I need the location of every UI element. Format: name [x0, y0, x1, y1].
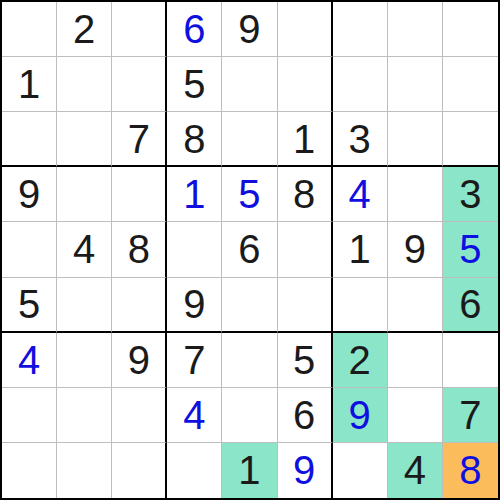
cell-r6c6[interactable]	[278, 278, 333, 333]
cell-r3c5[interactable]	[222, 112, 277, 167]
cell-r9c7[interactable]	[333, 443, 388, 498]
cell-r1c6[interactable]	[278, 2, 333, 57]
cell-r2c2[interactable]	[57, 57, 112, 112]
cell-r3c4[interactable]: 8	[167, 112, 222, 167]
cell-r5c8[interactable]: 9	[388, 222, 443, 277]
cell-r8c7[interactable]: 9	[333, 388, 388, 443]
cell-r9c8[interactable]: 4	[388, 443, 443, 498]
sudoku-board: 2691578139158434861955964975246971948	[0, 0, 500, 500]
cell-r9c5[interactable]: 1	[222, 443, 277, 498]
cell-r4c5[interactable]: 5	[222, 167, 277, 222]
cell-r4c8[interactable]	[388, 167, 443, 222]
cell-r4c9[interactable]: 3	[443, 167, 498, 222]
cell-r3c8[interactable]	[388, 112, 443, 167]
cell-r7c6[interactable]: 5	[278, 333, 333, 388]
cell-r7c5[interactable]	[222, 333, 277, 388]
cell-r8c6[interactable]: 6	[278, 388, 333, 443]
cell-r8c1[interactable]	[2, 388, 57, 443]
cell-r1c1[interactable]	[2, 2, 57, 57]
cell-r2c1[interactable]: 1	[2, 57, 57, 112]
cell-r9c1[interactable]	[2, 443, 57, 498]
cell-r7c7[interactable]: 2	[333, 333, 388, 388]
cell-r1c8[interactable]	[388, 2, 443, 57]
cell-r8c9[interactable]: 7	[443, 388, 498, 443]
cell-r2c9[interactable]	[443, 57, 498, 112]
cell-r9c3[interactable]	[112, 443, 167, 498]
cell-r1c2[interactable]: 2	[57, 2, 112, 57]
cell-r3c6[interactable]: 1	[278, 112, 333, 167]
cell-r7c3[interactable]: 9	[112, 333, 167, 388]
cell-r9c6[interactable]: 9	[278, 443, 333, 498]
cell-r6c1[interactable]: 5	[2, 278, 57, 333]
cell-r3c3[interactable]: 7	[112, 112, 167, 167]
cell-r8c5[interactable]	[222, 388, 277, 443]
cell-r8c3[interactable]	[112, 388, 167, 443]
cell-r2c8[interactable]	[388, 57, 443, 112]
cell-r1c4[interactable]: 6	[167, 2, 222, 57]
cell-r5c7[interactable]: 1	[333, 222, 388, 277]
cell-r5c1[interactable]	[2, 222, 57, 277]
cell-r1c7[interactable]	[333, 2, 388, 57]
cell-r2c3[interactable]	[112, 57, 167, 112]
cell-r7c2[interactable]	[57, 333, 112, 388]
cell-r9c2[interactable]	[57, 443, 112, 498]
cell-r4c1[interactable]: 9	[2, 167, 57, 222]
cell-r1c9[interactable]	[443, 2, 498, 57]
cell-r3c9[interactable]	[443, 112, 498, 167]
cell-r7c8[interactable]	[388, 333, 443, 388]
cell-r3c2[interactable]	[57, 112, 112, 167]
cell-r8c4[interactable]: 4	[167, 388, 222, 443]
cell-r3c1[interactable]	[2, 112, 57, 167]
cell-r8c2[interactable]	[57, 388, 112, 443]
cell-r4c2[interactable]	[57, 167, 112, 222]
cell-r6c5[interactable]	[222, 278, 277, 333]
cell-r4c4[interactable]: 1	[167, 167, 222, 222]
cell-r6c8[interactable]	[388, 278, 443, 333]
cell-r9c4[interactable]	[167, 443, 222, 498]
cell-r1c5[interactable]: 9	[222, 2, 277, 57]
cell-r3c7[interactable]: 3	[333, 112, 388, 167]
cell-r5c9[interactable]: 5	[443, 222, 498, 277]
cell-r2c6[interactable]	[278, 57, 333, 112]
cell-r6c3[interactable]	[112, 278, 167, 333]
cell-r2c4[interactable]: 5	[167, 57, 222, 112]
cell-r7c1[interactable]: 4	[2, 333, 57, 388]
cell-r6c4[interactable]: 9	[167, 278, 222, 333]
cell-r2c7[interactable]	[333, 57, 388, 112]
cell-r5c5[interactable]: 6	[222, 222, 277, 277]
cell-r7c4[interactable]: 7	[167, 333, 222, 388]
cell-r5c2[interactable]: 4	[57, 222, 112, 277]
cell-r6c9[interactable]: 6	[443, 278, 498, 333]
cell-r4c7[interactable]: 4	[333, 167, 388, 222]
cell-r4c3[interactable]	[112, 167, 167, 222]
cell-r5c4[interactable]	[167, 222, 222, 277]
cell-r8c8[interactable]	[388, 388, 443, 443]
cell-r5c3[interactable]: 8	[112, 222, 167, 277]
cell-r9c9[interactable]: 8	[443, 443, 498, 498]
cell-r6c7[interactable]	[333, 278, 388, 333]
cell-r4c6[interactable]: 8	[278, 167, 333, 222]
cell-r5c6[interactable]	[278, 222, 333, 277]
cell-r7c9[interactable]	[443, 333, 498, 388]
cell-r6c2[interactable]	[57, 278, 112, 333]
cell-r1c3[interactable]	[112, 2, 167, 57]
cell-r2c5[interactable]	[222, 57, 277, 112]
